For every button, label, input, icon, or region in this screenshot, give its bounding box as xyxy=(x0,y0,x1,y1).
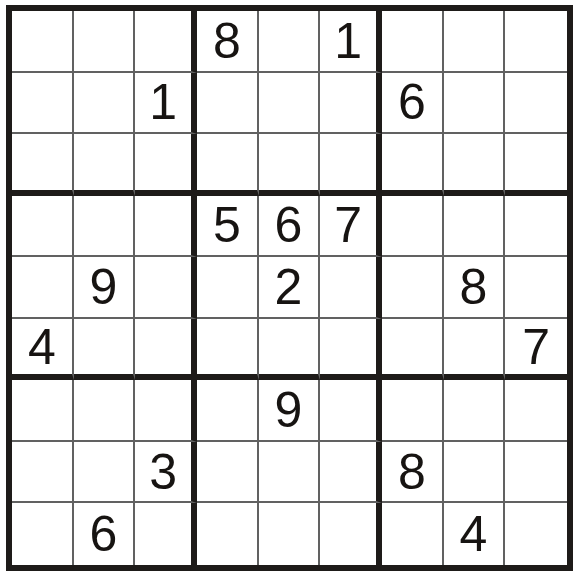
cell-r1c9-empty[interactable] xyxy=(505,11,567,73)
cell-r7c2-empty[interactable] xyxy=(74,380,136,442)
cell-r2c1-empty[interactable] xyxy=(12,73,74,135)
cell-r3c8-empty[interactable] xyxy=(444,134,506,196)
cell-r8c6-empty[interactable] xyxy=(320,442,382,504)
cell-r3c1-empty[interactable] xyxy=(12,134,74,196)
cell-r3c6-empty[interactable] xyxy=(320,134,382,196)
cell-r3c5-empty[interactable] xyxy=(259,134,321,196)
cell-r4c4-given-5: 5 xyxy=(197,196,259,258)
cell-r4c9-empty[interactable] xyxy=(505,196,567,258)
cell-r2c6-empty[interactable] xyxy=(320,73,382,135)
cell-r9c8-given-4: 4 xyxy=(444,503,506,565)
cell-r5c7-empty[interactable] xyxy=(382,257,444,319)
cell-r5c5-given-2: 2 xyxy=(259,257,321,319)
cell-r1c5-empty[interactable] xyxy=(259,11,321,73)
cell-r8c9-empty[interactable] xyxy=(505,442,567,504)
cell-r1c6-given-1: 1 xyxy=(320,11,382,73)
cell-r8c7-given-8: 8 xyxy=(382,442,444,504)
cell-r8c5-empty[interactable] xyxy=(259,442,321,504)
cell-r5c4-empty[interactable] xyxy=(197,257,259,319)
cell-r9c9-empty[interactable] xyxy=(505,503,567,565)
cell-r2c3-given-1: 1 xyxy=(135,73,197,135)
cell-r7c1-empty[interactable] xyxy=(12,380,74,442)
cell-r5c9-empty[interactable] xyxy=(505,257,567,319)
cell-r3c3-empty[interactable] xyxy=(135,134,197,196)
cell-r7c7-empty[interactable] xyxy=(382,380,444,442)
cell-r7c6-empty[interactable] xyxy=(320,380,382,442)
cell-r8c8-empty[interactable] xyxy=(444,442,506,504)
cell-r2c2-empty[interactable] xyxy=(74,73,136,135)
cell-r4c3-empty[interactable] xyxy=(135,196,197,258)
cell-r7c9-empty[interactable] xyxy=(505,380,567,442)
cell-r5c1-empty[interactable] xyxy=(12,257,74,319)
cell-r9c6-empty[interactable] xyxy=(320,503,382,565)
cell-r1c2-empty[interactable] xyxy=(74,11,136,73)
cell-r3c2-empty[interactable] xyxy=(74,134,136,196)
cell-r8c3-given-3: 3 xyxy=(135,442,197,504)
cell-r6c9-given-7: 7 xyxy=(505,319,567,381)
cell-r9c2-given-6: 6 xyxy=(74,503,136,565)
cell-r2c9-empty[interactable] xyxy=(505,73,567,135)
cell-r6c4-empty[interactable] xyxy=(197,319,259,381)
cell-r4c1-empty[interactable] xyxy=(12,196,74,258)
sudoku-board: 81165679284793864 xyxy=(6,5,573,571)
cell-r9c3-empty[interactable] xyxy=(135,503,197,565)
cell-r2c7-given-6: 6 xyxy=(382,73,444,135)
cell-r5c3-empty[interactable] xyxy=(135,257,197,319)
cell-r5c2-given-9: 9 xyxy=(74,257,136,319)
cell-r1c1-empty[interactable] xyxy=(12,11,74,73)
cell-r3c7-empty[interactable] xyxy=(382,134,444,196)
cell-r7c4-empty[interactable] xyxy=(197,380,259,442)
cell-r7c8-empty[interactable] xyxy=(444,380,506,442)
cell-r8c4-empty[interactable] xyxy=(197,442,259,504)
cell-r7c3-empty[interactable] xyxy=(135,380,197,442)
cell-r4c5-given-6: 6 xyxy=(259,196,321,258)
cell-r9c5-empty[interactable] xyxy=(259,503,321,565)
cell-r1c3-empty[interactable] xyxy=(135,11,197,73)
cell-r5c6-empty[interactable] xyxy=(320,257,382,319)
cell-r7c5-given-9: 9 xyxy=(259,380,321,442)
cell-r9c1-empty[interactable] xyxy=(12,503,74,565)
cell-r8c1-empty[interactable] xyxy=(12,442,74,504)
cell-r2c8-empty[interactable] xyxy=(444,73,506,135)
cell-r2c4-empty[interactable] xyxy=(197,73,259,135)
cell-r6c5-empty[interactable] xyxy=(259,319,321,381)
cell-r4c7-empty[interactable] xyxy=(382,196,444,258)
cell-r1c7-empty[interactable] xyxy=(382,11,444,73)
cell-r3c9-empty[interactable] xyxy=(505,134,567,196)
cell-r8c2-empty[interactable] xyxy=(74,442,136,504)
cell-r4c2-empty[interactable] xyxy=(74,196,136,258)
cell-r6c6-empty[interactable] xyxy=(320,319,382,381)
cell-r4c8-empty[interactable] xyxy=(444,196,506,258)
cell-r3c4-empty[interactable] xyxy=(197,134,259,196)
cell-r9c4-empty[interactable] xyxy=(197,503,259,565)
cell-r2c5-empty[interactable] xyxy=(259,73,321,135)
cell-r4c6-given-7: 7 xyxy=(320,196,382,258)
cell-r6c3-empty[interactable] xyxy=(135,319,197,381)
cell-r6c1-given-4: 4 xyxy=(12,319,74,381)
sudoku-board-wrapper: 81165679284793864 xyxy=(0,0,585,571)
cell-r5c8-given-8: 8 xyxy=(444,257,506,319)
cell-r6c2-empty[interactable] xyxy=(74,319,136,381)
cell-r1c8-empty[interactable] xyxy=(444,11,506,73)
cell-r1c4-given-8: 8 xyxy=(197,11,259,73)
cell-r6c7-empty[interactable] xyxy=(382,319,444,381)
cell-r9c7-empty[interactable] xyxy=(382,503,444,565)
cell-r6c8-empty[interactable] xyxy=(444,319,506,381)
